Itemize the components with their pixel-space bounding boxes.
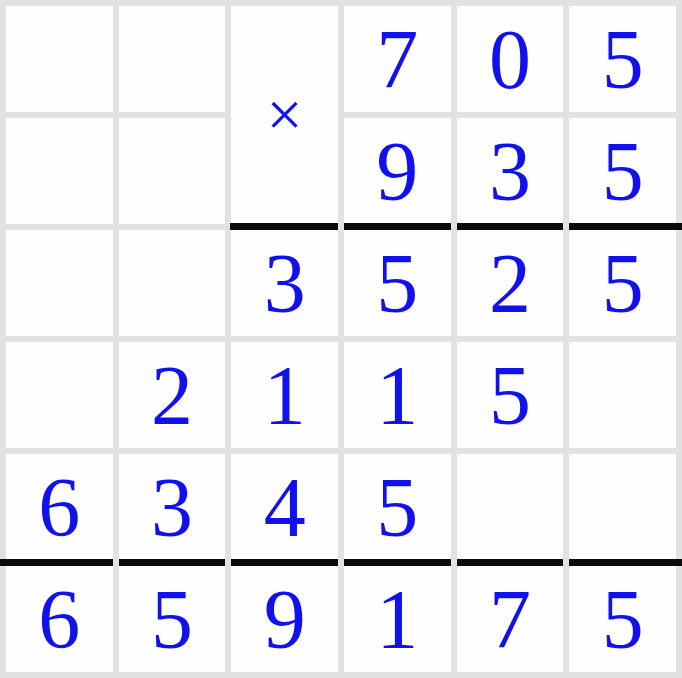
multiplication-grid: × 7 0 5 9 3 5 3 5 2 5 2 1 1 5 6 3 4 5 6 … [0,0,682,678]
cell-r1c1 [6,6,113,112]
cell-r3c5: 2 [457,230,564,336]
cell-r3c3: 3 [231,230,338,336]
cell-r6c6: 5 [569,566,676,672]
cell-r5c1: 6 [6,454,113,560]
total-rule-segment [231,559,338,566]
cell-r5c2: 3 [119,454,226,560]
cell-r4c2: 2 [119,342,226,448]
cell-r3c2 [119,230,226,336]
cell-r3c6: 5 [569,230,676,336]
cell-r4c6 [569,342,676,448]
cell-r6c5: 7 [457,566,564,672]
cell-r4c4: 1 [344,342,451,448]
cell-r3c4: 5 [344,230,451,336]
cell-r6c2: 5 [119,566,226,672]
cell-r5c6 [569,454,676,560]
cell-r2c1 [6,118,113,224]
cell-r6c4: 1 [344,566,451,672]
multiplier-rule-segment [230,223,338,230]
total-rule-segment [569,559,682,566]
multiply-operator: × [231,6,338,224]
cell-r2c6: 5 [569,118,676,224]
total-rule-segment [119,559,225,566]
cell-r2c2 [119,118,226,224]
multiplier-rule-segment [569,223,682,230]
total-rule-segment [344,559,451,566]
cell-r6c3: 9 [231,566,338,672]
cell-r4c1 [6,342,113,448]
cell-r1c6: 5 [569,6,676,112]
cell-r1c4: 7 [344,6,451,112]
cell-r5c5 [457,454,564,560]
cell-r3c1 [6,230,113,336]
cell-r2c4: 9 [344,118,451,224]
cell-r4c5: 5 [457,342,564,448]
total-rule-segment [457,559,563,566]
multiplier-rule-segment [457,223,563,230]
cell-r1c2 [119,6,226,112]
cell-r2c5: 3 [457,118,564,224]
cell-r6c1: 6 [6,566,113,672]
multiplier-rule-segment [344,223,451,230]
cell-r4c3: 1 [231,342,338,448]
cell-r5c3: 4 [231,454,338,560]
cell-r1c5: 0 [457,6,564,112]
cell-r5c4: 5 [344,454,451,560]
total-rule-segment [0,559,113,566]
